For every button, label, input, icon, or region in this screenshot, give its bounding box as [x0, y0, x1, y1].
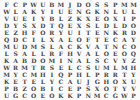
grid-cell-r1c4[interactable]: W	[29, 1, 38, 8]
grid-cell-r14c8[interactable]: K	[65, 93, 74, 100]
word-search-page: FCPWUBMJDOSSPMMWLAKYIUENGKNLULVUEIYBLZKX…	[0, 0, 140, 100]
grid-cell-r14c10[interactable]: N	[84, 93, 93, 100]
grid-cell-r1c13[interactable]: P	[111, 1, 120, 8]
grid-cell-r1c5[interactable]: U	[38, 1, 47, 8]
grid-cell-r14c14[interactable]: W	[120, 93, 129, 100]
grid-cell-r1c10[interactable]: O	[84, 1, 93, 8]
grid-cell-r14c11[interactable]: M	[93, 93, 102, 100]
grid-cell-r1c7[interactable]: M	[56, 1, 65, 8]
grid-cell-r1c6[interactable]: B	[47, 1, 56, 8]
grid-cell-r1c3[interactable]: P	[20, 1, 29, 8]
grid-cell-r1c8[interactable]: J	[65, 1, 74, 8]
grid-cell-r1c15[interactable]: M	[129, 1, 138, 8]
grid-cell-r14c13[interactable]: G	[111, 93, 120, 100]
grid-cell-r14c4[interactable]: O	[29, 93, 38, 100]
grid-cell-r1c1[interactable]: F	[2, 1, 11, 8]
grid-cell-r14c3[interactable]: C	[20, 93, 29, 100]
grid-cell-r1c14[interactable]: M	[120, 1, 129, 8]
word-search-board: FCPWUBMJDOSSPMMWLAKYIUENGKNLULVUEIYBLZKX…	[0, 0, 140, 100]
grid-cell-r1c11[interactable]: S	[93, 1, 102, 8]
grid-cell-r14c7[interactable]: K	[56, 93, 65, 100]
grid-cell-r1c9[interactable]: D	[75, 1, 84, 8]
grid-cell-r14c12[interactable]: C	[102, 93, 111, 100]
grid-cell-r14c15[interactable]: P	[129, 93, 138, 100]
grid-cell-r1c12[interactable]: S	[102, 1, 111, 8]
grid-cell-r14c2[interactable]: G	[11, 93, 20, 100]
grid-cell-r1c2[interactable]: C	[11, 1, 20, 8]
grid-cell-r14c9[interactable]: P	[75, 93, 84, 100]
grid-cell-r14c6[interactable]: O	[47, 93, 56, 100]
grid-cell-r14c1[interactable]: U	[2, 93, 11, 100]
grid-cell-r14c5[interactable]: E	[38, 93, 47, 100]
